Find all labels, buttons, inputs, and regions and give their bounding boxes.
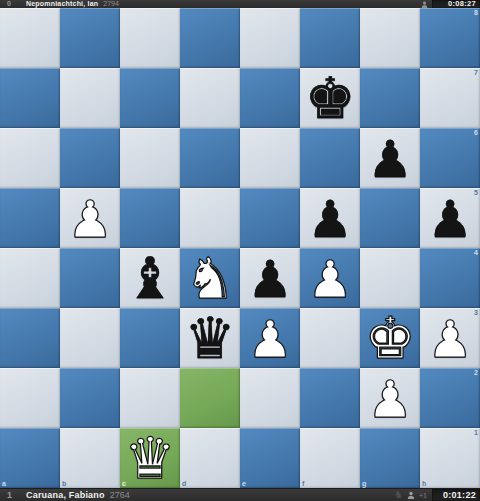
square-c7[interactable] [120,68,180,128]
file-label-a: a [2,480,6,487]
square-e5[interactable] [240,188,300,248]
user-icon [407,491,415,499]
white-queen-c1[interactable]: ♛ [120,430,180,487]
file-label-g: g [362,480,366,487]
square-f3[interactable] [300,308,360,368]
square-a4[interactable] [0,248,60,308]
square-d4[interactable]: ♞ [180,248,240,308]
black-pawn-g6[interactable]: ♟ [360,134,420,185]
rank-label-2: 2 [474,369,478,376]
square-a3[interactable] [0,308,60,368]
rank-label-7: 7 [474,69,478,76]
bottom-player-bar: 1 Caruana, Fabiano 2764 ♞ +1 0:01:22 [0,488,480,501]
square-d1[interactable]: d [180,428,240,488]
bottom-player-name: Caruana, Fabiano [26,489,105,501]
square-h8[interactable]: 8 [420,8,480,68]
file-label-h: h [422,480,426,487]
top-player-bar: 0 Nepomniachtchi, Ian 2794 0:08:27 [0,0,480,8]
square-b1[interactable]: b [60,428,120,488]
bottom-player-clock: 0:01:22 [432,489,480,501]
square-h5[interactable]: 5♟ [420,188,480,248]
square-a5[interactable] [0,188,60,248]
black-queen-d3[interactable]: ♛ [180,310,240,367]
white-king-g3[interactable]: ♚ [360,310,420,367]
square-h3[interactable]: 3♟ [420,308,480,368]
square-b3[interactable] [60,308,120,368]
square-c6[interactable] [120,128,180,188]
square-c1[interactable]: c♛ [120,428,180,488]
white-pawn-g2[interactable]: ♟ [360,374,420,425]
square-h7[interactable]: 7 [420,68,480,128]
square-b5[interactable]: ♟ [60,188,120,248]
square-d8[interactable] [180,8,240,68]
square-d2[interactable] [180,368,240,428]
rank-label-8: 8 [474,9,478,16]
square-f4[interactable]: ♟ [300,248,360,308]
square-f1[interactable]: f [300,428,360,488]
engine-knight-icon: ♞ [394,490,403,500]
black-pawn-f5[interactable]: ♟ [300,194,360,245]
square-g6[interactable]: ♟ [360,128,420,188]
square-e2[interactable] [240,368,300,428]
top-player-score: 0 [0,0,26,8]
black-king-f7[interactable]: ♚ [300,70,360,127]
black-pawn-e4[interactable]: ♟ [240,254,300,305]
square-g3[interactable]: ♚ [360,308,420,368]
square-g8[interactable] [360,8,420,68]
square-b7[interactable] [60,68,120,128]
top-player-rating: 2794 [103,0,119,8]
square-a2[interactable] [0,368,60,428]
white-pawn-e3[interactable]: ♟ [240,314,300,365]
square-e3[interactable]: ♟ [240,308,300,368]
square-g1[interactable]: g [360,428,420,488]
square-d7[interactable] [180,68,240,128]
square-f8[interactable] [300,8,360,68]
square-c3[interactable] [120,308,180,368]
file-label-e: e [242,480,246,487]
square-f5[interactable]: ♟ [300,188,360,248]
black-pawn-h5[interactable]: ♟ [420,194,480,245]
square-h6[interactable]: 6 [420,128,480,188]
square-e8[interactable] [240,8,300,68]
top-player-name: Nepomniachtchi, Ian [26,0,98,8]
square-c8[interactable] [120,8,180,68]
square-c2[interactable] [120,368,180,428]
top-player-clock: 0:08:27 [432,0,480,8]
square-b6[interactable] [60,128,120,188]
square-g2[interactable]: ♟ [360,368,420,428]
square-c5[interactable] [120,188,180,248]
square-e1[interactable]: e [240,428,300,488]
square-b4[interactable] [60,248,120,308]
square-b8[interactable] [60,8,120,68]
square-c4[interactable]: ♝ [120,248,180,308]
white-pawn-f4[interactable]: ♟ [300,254,360,305]
plus-one-badge: +1 [419,489,427,501]
user-icon [421,1,428,8]
square-g5[interactable] [360,188,420,248]
white-pawn-h3[interactable]: ♟ [420,314,480,365]
square-e6[interactable] [240,128,300,188]
bottom-player-score: 1 [0,489,26,501]
white-pawn-b5[interactable]: ♟ [60,194,120,245]
square-h4[interactable]: 4 [420,248,480,308]
square-f6[interactable] [300,128,360,188]
square-e7[interactable] [240,68,300,128]
square-f7[interactable]: ♚ [300,68,360,128]
black-bishop-c4[interactable]: ♝ [120,250,180,307]
square-d3[interactable]: ♛ [180,308,240,368]
file-label-f: f [302,480,304,487]
square-a7[interactable] [0,68,60,128]
square-e4[interactable]: ♟ [240,248,300,308]
white-knight-d4[interactable]: ♞ [180,250,240,307]
square-b2[interactable] [60,368,120,428]
square-d5[interactable] [180,188,240,248]
chess-board[interactable]: 8♚7♟6♟♟5♟♝♞♟♟4♛♟♚3♟♟2abc♛defg1h [0,8,480,488]
square-g7[interactable] [360,68,420,128]
square-h1[interactable]: 1h [420,428,480,488]
square-a1[interactable]: a [0,428,60,488]
rank-label-1: 1 [474,429,478,436]
square-h2[interactable]: 2 [420,368,480,428]
square-a8[interactable] [0,8,60,68]
square-g4[interactable] [360,248,420,308]
square-a6[interactable] [0,128,60,188]
bottom-player-rating: 2764 [110,489,130,501]
file-label-d: d [182,480,186,487]
file-label-b: b [62,480,66,487]
rank-label-4: 4 [474,249,478,256]
square-f2[interactable] [300,368,360,428]
rank-label-6: 6 [474,129,478,136]
square-d6[interactable] [180,128,240,188]
